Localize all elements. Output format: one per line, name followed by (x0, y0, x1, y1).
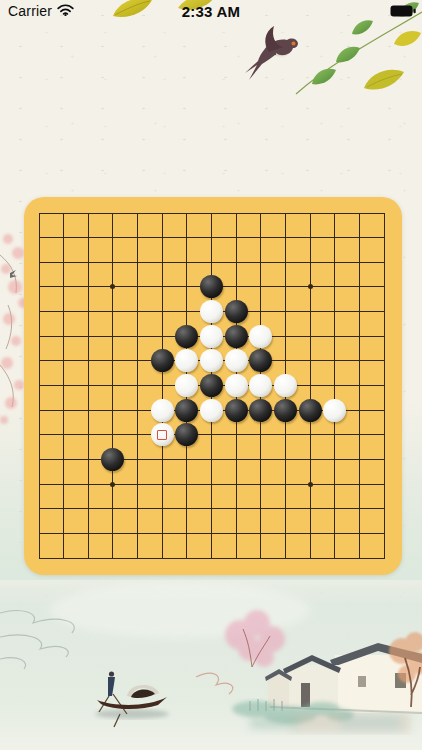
star-point (308, 482, 313, 487)
swallow-bird-icon (245, 26, 298, 80)
top-decorations (0, 0, 422, 150)
star-point (308, 284, 313, 289)
grid-line-v (137, 213, 138, 559)
black-stone (200, 374, 223, 397)
boat-canopy (127, 685, 159, 697)
grid-line-v (63, 213, 64, 559)
white-stone (200, 399, 223, 422)
status-bar: Carrier 2:33 AM (0, 0, 422, 22)
black-stone (274, 399, 297, 422)
star-point (110, 482, 115, 487)
mist (50, 582, 310, 638)
landscape-scene (0, 555, 422, 750)
oars (99, 694, 127, 727)
black-stone (200, 275, 223, 298)
white-stone (175, 374, 198, 397)
grid-line-v (39, 213, 40, 559)
white-stone (249, 374, 272, 397)
black-stone (225, 300, 248, 323)
grid-line-v (112, 213, 113, 559)
black-stone (175, 423, 198, 446)
grid-line-h (39, 459, 385, 460)
grid-line-v (162, 213, 163, 559)
last-move-marker (157, 430, 167, 440)
grid-line-v (88, 213, 89, 559)
white-stone (200, 325, 223, 348)
boat-hull (97, 697, 167, 709)
black-stone (101, 448, 124, 471)
bird-beak (292, 42, 296, 46)
star-point (110, 284, 115, 289)
black-stone (225, 399, 248, 422)
battery-icon (390, 5, 416, 17)
white-stone (249, 325, 272, 348)
white-stone (151, 399, 174, 422)
grid-line-h (39, 237, 385, 238)
water-gradient (0, 555, 422, 750)
tiny-bird-icon (10, 270, 17, 278)
yellow-leaf-right-2 (394, 31, 421, 46)
black-stone (299, 399, 322, 422)
fishing-boat-icon (95, 671, 169, 727)
canopy-opening (131, 689, 155, 698)
grid-line-h (39, 533, 385, 534)
white-stone (225, 349, 248, 372)
grid-line-h (39, 484, 385, 485)
white-stone (151, 423, 174, 446)
clock-label: 2:33 AM (0, 3, 422, 20)
pink-tree-icon (225, 610, 285, 667)
boatman-icon (108, 671, 115, 696)
black-stone (249, 349, 272, 372)
app-screen: Carrier 2:33 AM (0, 0, 422, 750)
boat-reflection (95, 709, 169, 719)
white-stone (225, 374, 248, 397)
grid-line-v (334, 213, 335, 559)
riverside-tree-icon (389, 632, 422, 707)
grid-line-h (39, 508, 385, 509)
water-swirls-icon (0, 611, 74, 669)
black-stone (225, 325, 248, 348)
white-stone (200, 300, 223, 323)
reflections (250, 713, 410, 733)
black-stone (175, 325, 198, 348)
white-stone (274, 374, 297, 397)
grid-line-h (39, 558, 385, 559)
red-water-swirl (196, 673, 233, 694)
black-stone (249, 399, 272, 422)
village-houses-icon (265, 643, 422, 713)
white-stone (200, 349, 223, 372)
grid-line-h (39, 213, 385, 214)
white-stone (175, 349, 198, 372)
teal-bushes-icon (232, 699, 354, 724)
black-stone (175, 399, 198, 422)
gomoku-board[interactable] (24, 197, 402, 575)
grid-line-v (359, 213, 360, 559)
grid-line-h (39, 434, 385, 435)
grid-line-v (384, 213, 385, 559)
grid-line-h (39, 262, 385, 263)
white-stone (323, 399, 346, 422)
black-stone (151, 349, 174, 372)
yellow-leaf-right (364, 70, 404, 90)
grid-line-v (310, 213, 311, 559)
